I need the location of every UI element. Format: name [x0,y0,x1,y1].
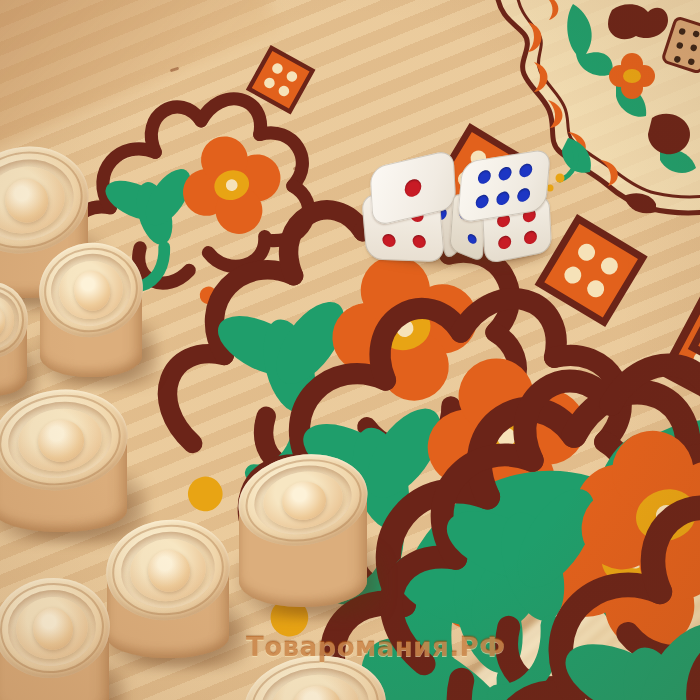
die-pip [475,194,489,209]
checker[interactable] [0,390,128,532]
die-pip [382,233,396,246]
checker[interactable] [238,455,368,607]
checkers-layer [0,0,700,700]
die-pip [496,191,510,206]
die-right[interactable] [453,156,555,260]
die-pip [524,230,538,245]
checker[interactable] [0,578,110,700]
checker[interactable] [106,520,230,658]
watermark: Товаромания.РФ [246,632,505,662]
die-pip [478,169,492,184]
die-pip [468,233,477,246]
photo-backgammon-board: Товаромания.РФ [0,0,700,700]
die-pip [404,177,421,198]
checker[interactable] [0,282,28,396]
die-pip [516,187,530,202]
die-pip [412,234,426,247]
checker[interactable] [39,243,143,377]
checker[interactable] [244,656,386,700]
die-pip [498,166,512,181]
die-pip [498,235,512,250]
die-pip [519,163,533,178]
die-left[interactable] [366,161,464,261]
